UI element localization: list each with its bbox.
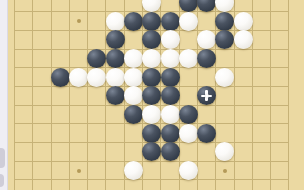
board-cell[interactable]: [180, 31, 198, 50]
board-cell[interactable]: [15, 162, 33, 181]
board-cell[interactable]: [216, 0, 234, 12]
board-cell[interactable]: [143, 12, 161, 31]
board-cell[interactable]: [15, 87, 33, 106]
board-cell[interactable]: [70, 31, 88, 50]
board-cell[interactable]: [88, 162, 106, 181]
board-cell[interactable]: [161, 124, 179, 143]
white-stone: [161, 49, 180, 68]
board-cell[interactable]: [161, 143, 179, 162]
white-stone: [179, 124, 198, 143]
board-cell[interactable]: [33, 12, 51, 31]
black-stone: [161, 124, 180, 143]
board-cell[interactable]: [198, 50, 216, 69]
white-stone: [142, 105, 161, 124]
gomoku-app-screen: [0, 0, 304, 190]
board-cell[interactable]: [161, 162, 179, 181]
board-cell[interactable]: [235, 143, 253, 162]
board-cell[interactable]: [88, 50, 106, 69]
board-cell[interactable]: [125, 106, 143, 125]
board-cell[interactable]: [271, 0, 289, 12]
board-cell[interactable]: [271, 106, 289, 125]
board-cell[interactable]: [70, 180, 88, 190]
board-cell[interactable]: [180, 12, 198, 31]
white-stone: [124, 161, 143, 180]
board-cell[interactable]: [216, 162, 234, 181]
board-cell[interactable]: [180, 143, 198, 162]
black-stone: [142, 12, 161, 31]
board-cell[interactable]: [15, 31, 33, 50]
board-cell[interactable]: [235, 50, 253, 69]
board-cell[interactable]: [271, 180, 289, 190]
board-cell[interactable]: [106, 124, 124, 143]
board-cell[interactable]: [33, 143, 51, 162]
black-stone: [161, 86, 180, 105]
board-cell[interactable]: [235, 12, 253, 31]
board-cell[interactable]: [180, 68, 198, 87]
board-cell[interactable]: [253, 124, 271, 143]
board-cell[interactable]: [15, 0, 33, 12]
white-stone: [215, 142, 234, 161]
board-cell[interactable]: [15, 106, 33, 125]
black-stone: [142, 30, 161, 49]
board-cell[interactable]: [198, 12, 216, 31]
board-cell[interactable]: [88, 180, 106, 190]
board-cell[interactable]: [216, 180, 234, 190]
board-cell[interactable]: [271, 162, 289, 181]
board-cell[interactable]: [271, 12, 289, 31]
board-cell[interactable]: [143, 31, 161, 50]
white-stone: [215, 68, 234, 87]
board-cell[interactable]: [88, 31, 106, 50]
left-panel-fragment: [0, 148, 5, 168]
board-cell[interactable]: [88, 68, 106, 87]
board-cell[interactable]: [125, 50, 143, 69]
board-cell[interactable]: [88, 12, 106, 31]
black-stone: [197, 86, 216, 105]
board-cell[interactable]: [180, 162, 198, 181]
black-stone: [197, 0, 216, 12]
board-cell[interactable]: [253, 180, 271, 190]
board-cell[interactable]: [161, 50, 179, 69]
board-cell[interactable]: [70, 0, 88, 12]
board-cell[interactable]: [143, 50, 161, 69]
black-stone: [142, 124, 161, 143]
board-cell[interactable]: [253, 106, 271, 125]
black-stone: [106, 30, 125, 49]
black-stone: [106, 49, 125, 68]
board-cell[interactable]: [52, 12, 70, 31]
black-stone: [124, 12, 143, 31]
board-cell[interactable]: [253, 50, 271, 69]
board-cell[interactable]: [143, 162, 161, 181]
board-cell[interactable]: [198, 31, 216, 50]
board-cell[interactable]: [125, 124, 143, 143]
board-cell[interactable]: [15, 68, 33, 87]
board-cell[interactable]: [180, 0, 198, 12]
black-stone: [179, 0, 198, 12]
board-cell[interactable]: [52, 31, 70, 50]
board-cell[interactable]: [271, 68, 289, 87]
black-stone: [106, 86, 125, 105]
white-stone: [69, 68, 88, 87]
board-cell[interactable]: [216, 106, 234, 125]
board-cell[interactable]: [52, 143, 70, 162]
board-cell[interactable]: [52, 106, 70, 125]
board-cell[interactable]: [106, 31, 124, 50]
board-cell[interactable]: [88, 0, 106, 12]
white-stone: [179, 12, 198, 31]
board-cell[interactable]: [143, 68, 161, 87]
board-cell[interactable]: [198, 124, 216, 143]
left-ui-strip: [0, 0, 8, 190]
board-cell[interactable]: [271, 124, 289, 143]
star-point: [223, 169, 227, 173]
white-stone: [142, 49, 161, 68]
board-cell[interactable]: [52, 68, 70, 87]
board-cell[interactable]: [235, 124, 253, 143]
board-cell[interactable]: [180, 106, 198, 125]
board-cell[interactable]: [253, 12, 271, 31]
board-cell[interactable]: [271, 50, 289, 69]
board-cell[interactable]: [271, 87, 289, 106]
board-cell[interactable]: [216, 124, 234, 143]
board-cell[interactable]: [70, 12, 88, 31]
board-cell[interactable]: [180, 124, 198, 143]
white-stone: [234, 12, 253, 31]
white-stone: [161, 105, 180, 124]
board-cell[interactable]: [143, 0, 161, 12]
board-cell[interactable]: [70, 50, 88, 69]
board-cell[interactable]: [125, 143, 143, 162]
board-cell[interactable]: [15, 12, 33, 31]
board-cell[interactable]: [15, 143, 33, 162]
board-cell[interactable]: [88, 87, 106, 106]
board-cell[interactable]: [125, 162, 143, 181]
board-cell[interactable]: [70, 124, 88, 143]
board-cell[interactable]: [161, 68, 179, 87]
white-stone: [87, 68, 106, 87]
board-cell[interactable]: [106, 0, 124, 12]
black-stone: [142, 142, 161, 161]
board-cell[interactable]: [33, 162, 51, 181]
board-cell[interactable]: [235, 180, 253, 190]
board-cell[interactable]: [235, 31, 253, 50]
white-stone: [106, 68, 125, 87]
black-stone: [161, 142, 180, 161]
board-cell[interactable]: [216, 12, 234, 31]
board-cell[interactable]: [235, 106, 253, 125]
board-cell[interactable]: [33, 106, 51, 125]
board-cell[interactable]: [106, 180, 124, 190]
white-stone: [161, 30, 180, 49]
board-cell[interactable]: [235, 0, 253, 12]
board-cell[interactable]: [180, 180, 198, 190]
board-cell[interactable]: [106, 68, 124, 87]
black-stone: [142, 86, 161, 105]
board-cell[interactable]: [106, 162, 124, 181]
board-cell[interactable]: [143, 87, 161, 106]
white-stone: [124, 49, 143, 68]
white-stone: [124, 68, 143, 87]
white-stone: [124, 86, 143, 105]
board-cell[interactable]: [106, 106, 124, 125]
gomoku-board[interactable]: [14, 0, 289, 190]
board-cell[interactable]: [88, 124, 106, 143]
white-stone: [179, 161, 198, 180]
board-cell[interactable]: [216, 31, 234, 50]
board-cell[interactable]: [125, 87, 143, 106]
board-cell[interactable]: [216, 87, 234, 106]
white-stone: [215, 0, 234, 12]
board-cell[interactable]: [216, 143, 234, 162]
white-stone: [179, 49, 198, 68]
board-cell[interactable]: [125, 31, 143, 50]
board-cell[interactable]: [106, 87, 124, 106]
board-cell[interactable]: [70, 68, 88, 87]
board-cell[interactable]: [33, 124, 51, 143]
star-point: [77, 169, 81, 173]
white-stone: [234, 30, 253, 49]
board-cell[interactable]: [143, 106, 161, 125]
board-cell[interactable]: [106, 12, 124, 31]
board-cell[interactable]: [15, 50, 33, 69]
black-stone: [124, 105, 143, 124]
board-cell[interactable]: [52, 180, 70, 190]
board-cell[interactable]: [198, 162, 216, 181]
board-cell[interactable]: [33, 68, 51, 87]
left-panel-fragment: [0, 174, 4, 187]
black-stone: [87, 49, 106, 68]
board-cell[interactable]: [198, 87, 216, 106]
board-cell[interactable]: [235, 87, 253, 106]
black-stone: [197, 49, 216, 68]
board-cell[interactable]: [161, 0, 179, 12]
board-cell[interactable]: [253, 0, 271, 12]
board-cell[interactable]: [253, 143, 271, 162]
black-stone: [215, 30, 234, 49]
white-stone: [142, 0, 161, 12]
board-cell[interactable]: [161, 87, 179, 106]
star-point: [77, 19, 81, 23]
black-stone: [51, 68, 70, 87]
board-cell[interactable]: [161, 180, 179, 190]
board-cell[interactable]: [125, 0, 143, 12]
board-cell[interactable]: [106, 50, 124, 69]
board-cell[interactable]: [216, 50, 234, 69]
board-cell[interactable]: [253, 162, 271, 181]
board-cell[interactable]: [271, 31, 289, 50]
board-cell[interactable]: [70, 162, 88, 181]
white-stone: [197, 30, 216, 49]
board-cell[interactable]: [52, 50, 70, 69]
black-stone: [215, 12, 234, 31]
black-stone: [161, 12, 180, 31]
board-cell[interactable]: [198, 143, 216, 162]
board-cell[interactable]: [253, 68, 271, 87]
white-stone: [106, 12, 125, 31]
board-cell[interactable]: [88, 143, 106, 162]
board-cell[interactable]: [143, 124, 161, 143]
board-cell[interactable]: [33, 87, 51, 106]
board-cell[interactable]: [198, 180, 216, 190]
black-stone: [142, 68, 161, 87]
board-cell[interactable]: [271, 143, 289, 162]
board-cell[interactable]: [253, 87, 271, 106]
board-cell[interactable]: [235, 162, 253, 181]
board-cell[interactable]: [235, 68, 253, 87]
black-stone: [161, 68, 180, 87]
black-stone: [179, 105, 198, 124]
board-cell[interactable]: [52, 124, 70, 143]
board-cell[interactable]: [15, 180, 33, 190]
board-cell[interactable]: [33, 31, 51, 50]
board-cell[interactable]: [143, 143, 161, 162]
board-cell[interactable]: [161, 12, 179, 31]
board-cell[interactable]: [70, 143, 88, 162]
board-cell[interactable]: [15, 124, 33, 143]
board-cell[interactable]: [253, 31, 271, 50]
board-cell[interactable]: [198, 106, 216, 125]
board-cell[interactable]: [52, 87, 70, 106]
board-cell[interactable]: [88, 106, 106, 125]
board-cell[interactable]: [33, 0, 51, 12]
board-cell[interactable]: [180, 50, 198, 69]
board-cell[interactable]: [33, 180, 51, 190]
board-cell[interactable]: [198, 68, 216, 87]
board-cell[interactable]: [52, 0, 70, 12]
board-cell[interactable]: [125, 12, 143, 31]
board-cell[interactable]: [125, 68, 143, 87]
board-cell[interactable]: [161, 31, 179, 50]
board-cell[interactable]: [198, 0, 216, 12]
board-cell[interactable]: [106, 143, 124, 162]
board-cell[interactable]: [125, 180, 143, 190]
board-cell[interactable]: [33, 50, 51, 69]
board-cell[interactable]: [52, 162, 70, 181]
board-cell[interactable]: [143, 180, 161, 190]
black-stone: [197, 124, 216, 143]
board-cell[interactable]: [161, 106, 179, 125]
board-cell[interactable]: [216, 68, 234, 87]
board-cell[interactable]: [180, 87, 198, 106]
board-cell[interactable]: [70, 106, 88, 125]
board-cell[interactable]: [70, 87, 88, 106]
